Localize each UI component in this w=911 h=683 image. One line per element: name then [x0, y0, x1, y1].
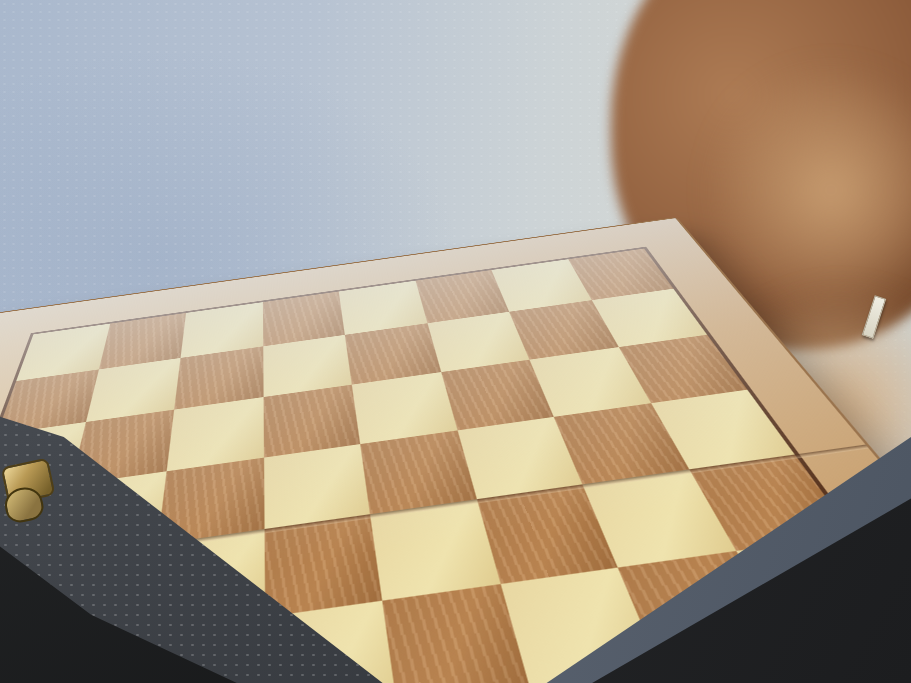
chess-photo-scene: ♝♜♟♞♛♟♝♞♚♟♟♟♜♜♟♟♟♟♟♚♛♞♟♝♜	[0, 0, 911, 683]
square-e5	[264, 514, 382, 616]
